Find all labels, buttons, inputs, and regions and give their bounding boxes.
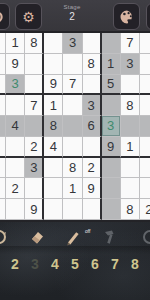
cell-r2c8[interactable]: 3 [121,54,140,75]
cell-r6c2[interactable] [6,137,25,158]
cell-r3c2[interactable]: 3 [6,75,25,96]
hammer-icon [100,228,118,246]
cell-r9c6[interactable] [83,199,102,220]
numpad: 123456789 [0,252,150,276]
eraser-icon [28,228,46,246]
cell-r9c8[interactable]: 8 [121,199,140,220]
ring-icon [141,228,150,246]
numpad-4[interactable]: 4 [45,252,65,276]
cell-r4c9[interactable] [140,95,150,116]
cell-r6c9[interactable] [140,137,150,158]
board: 183798133975713848632491382219982 [0,31,150,222]
cell-r5c6[interactable]: 6 [83,116,102,137]
cell-r7c9[interactable] [140,158,150,179]
cell-r7c8[interactable] [121,158,140,179]
cell-r9c3[interactable]: 9 [25,199,44,220]
cell-r9c7[interactable] [102,199,121,220]
cell-r2c6[interactable]: 8 [83,54,102,75]
cell-r6c8[interactable]: 1 [121,137,140,158]
cell-r7c4[interactable] [44,158,63,179]
cell-r6c6[interactable] [83,137,102,158]
numpad-8[interactable]: 8 [125,252,145,276]
cell-r3c3[interactable] [25,75,44,96]
pencil-icon [64,228,82,246]
cell-r9c4[interactable] [44,199,63,220]
cell-r1c8[interactable]: 7 [121,33,140,54]
cell-r4c3[interactable]: 7 [25,95,44,116]
cell-r3c9[interactable] [140,75,150,96]
cell-r2c2[interactable]: 9 [6,54,25,75]
cell-r7c5[interactable]: 8 [63,158,82,179]
cell-r9c5[interactable] [63,199,82,220]
cell-r8c4[interactable] [44,178,63,199]
cell-r7c3[interactable]: 3 [25,158,44,179]
cell-r6c4[interactable]: 4 [44,137,63,158]
cell-r1c3[interactable]: 8 [25,33,44,54]
cell-r1c7[interactable] [102,33,121,54]
cell-r1c6[interactable] [83,33,102,54]
cell-r3c7[interactable]: 5 [102,75,121,96]
cell-r4c8[interactable]: 8 [121,95,140,116]
cell-r6c5[interactable] [63,137,82,158]
cell-r3c5[interactable]: 7 [63,75,82,96]
cell-r9c9[interactable]: 2 [140,199,150,220]
cell-r5c8[interactable] [121,116,140,137]
numpad-7[interactable]: 7 [105,252,125,276]
pencil-off-badge: off [85,228,90,234]
cell-r4c4[interactable]: 1 [44,95,63,116]
cell-r5c2[interactable]: 4 [6,116,25,137]
cell-r4c6[interactable]: 3 [83,95,102,116]
cell-r4c5[interactable] [63,95,82,116]
cell-r5c7[interactable]: 3 [102,116,121,137]
cell-r8c5[interactable]: 1 [63,178,82,199]
app-screen: ⚙ Stage 2 183798133975713848632491382219… [0,0,150,300]
palette-icon [119,9,135,25]
cell-r3c6[interactable] [83,75,102,96]
cell-r1c4[interactable] [44,33,63,54]
extra-header-button[interactable] [146,3,150,30]
numpad-2[interactable]: 2 [5,252,25,276]
cell-r1c5[interactable]: 3 [63,33,82,54]
cell-r6c3[interactable]: 2 [25,137,44,158]
cell-r5c9[interactable] [140,116,150,137]
cell-r3c4[interactable]: 9 [44,75,63,96]
cell-r6c7[interactable]: 9 [102,137,121,158]
header-bar: ⚙ Stage 2 [0,0,150,32]
numpad-9[interactable]: 9 [145,252,150,276]
cell-r5c3[interactable] [25,116,44,137]
cell-r4c7[interactable] [102,95,121,116]
cell-r8c8[interactable] [121,178,140,199]
cell-r9c2[interactable] [6,199,25,220]
undo-icon [0,228,8,246]
cell-r8c7[interactable] [102,178,121,199]
cell-r5c5[interactable] [63,116,82,137]
cell-r5c4[interactable]: 8 [44,116,63,137]
cell-r8c2[interactable]: 2 [6,178,25,199]
cell-r2c5[interactable] [63,54,82,75]
cell-r2c4[interactable] [44,54,63,75]
numpad-6[interactable]: 6 [85,252,105,276]
numpad-5[interactable]: 5 [65,252,85,276]
cell-r8c6[interactable]: 9 [83,178,102,199]
cell-r2c9[interactable] [140,54,150,75]
cell-r3c8[interactable] [121,75,140,96]
cell-r8c3[interactable] [25,178,44,199]
cell-r7c6[interactable]: 2 [83,158,102,179]
cell-r2c3[interactable] [25,54,44,75]
numpad-3[interactable]: 3 [25,252,45,276]
cell-r7c7[interactable] [102,158,121,179]
cell-r2c7[interactable]: 1 [102,54,121,75]
cell-r1c2[interactable]: 1 [6,33,25,54]
cell-r4c2[interactable] [6,95,25,116]
palette-button[interactable] [113,3,140,30]
cell-r7c2[interactable] [6,158,25,179]
cell-r8c9[interactable] [140,178,150,199]
cell-r1c9[interactable] [140,33,150,54]
